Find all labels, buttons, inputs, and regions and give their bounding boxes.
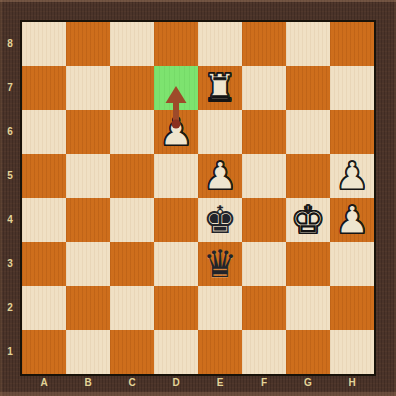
square-d8[interactable] xyxy=(154,22,198,66)
piece-black-king-e4[interactable]: ♚ xyxy=(203,198,237,242)
rank-label-7: 7 xyxy=(0,66,20,110)
square-a6[interactable] xyxy=(22,110,66,154)
square-e2[interactable] xyxy=(198,286,242,330)
chess-board: ♜♟♟♟♚♚♟♛ xyxy=(20,20,376,376)
square-e4[interactable]: ♚ xyxy=(198,198,242,242)
square-c2[interactable] xyxy=(110,286,154,330)
piece-black-queen-e3[interactable]: ♛ xyxy=(203,242,237,286)
square-f6[interactable] xyxy=(242,110,286,154)
square-g2[interactable] xyxy=(286,286,330,330)
square-a2[interactable] xyxy=(22,286,66,330)
square-c5[interactable] xyxy=(110,154,154,198)
square-a4[interactable] xyxy=(22,198,66,242)
square-a1[interactable] xyxy=(22,330,66,374)
square-e3[interactable]: ♛ xyxy=(198,242,242,286)
square-e7[interactable]: ♜ xyxy=(198,66,242,110)
piece-white-pawn-e5[interactable]: ♟ xyxy=(203,154,237,198)
rank-label-8: 8 xyxy=(0,22,20,66)
square-b4[interactable] xyxy=(66,198,110,242)
square-h6[interactable] xyxy=(330,110,374,154)
file-label-a: A xyxy=(22,376,66,394)
square-b1[interactable] xyxy=(66,330,110,374)
square-a5[interactable] xyxy=(22,154,66,198)
square-c4[interactable] xyxy=(110,198,154,242)
piece-white-king-g4[interactable]: ♚ xyxy=(291,198,325,242)
square-d5[interactable] xyxy=(154,154,198,198)
square-b3[interactable] xyxy=(66,242,110,286)
square-h4[interactable]: ♟ xyxy=(330,198,374,242)
square-g7[interactable] xyxy=(286,66,330,110)
piece-white-pawn-h4[interactable]: ♟ xyxy=(335,198,369,242)
square-f5[interactable] xyxy=(242,154,286,198)
square-g1[interactable] xyxy=(286,330,330,374)
square-d2[interactable] xyxy=(154,286,198,330)
square-g3[interactable] xyxy=(286,242,330,286)
square-g8[interactable] xyxy=(286,22,330,66)
chess-board-widget: ♜♟♟♟♚♚♟♛ 87654321ABCDEFGH xyxy=(0,0,396,396)
square-h1[interactable] xyxy=(330,330,374,374)
square-f8[interactable] xyxy=(242,22,286,66)
square-d7[interactable] xyxy=(154,66,198,110)
square-h5[interactable]: ♟ xyxy=(330,154,374,198)
square-f1[interactable] xyxy=(242,330,286,374)
square-a8[interactable] xyxy=(22,22,66,66)
square-f4[interactable] xyxy=(242,198,286,242)
piece-white-rook-e7[interactable]: ♜ xyxy=(203,66,237,110)
square-c6[interactable] xyxy=(110,110,154,154)
file-label-g: G xyxy=(286,376,330,394)
square-e6[interactable] xyxy=(198,110,242,154)
square-d1[interactable] xyxy=(154,330,198,374)
square-d6[interactable]: ♟ xyxy=(154,110,198,154)
square-d4[interactable] xyxy=(154,198,198,242)
square-h8[interactable] xyxy=(330,22,374,66)
square-b6[interactable] xyxy=(66,110,110,154)
square-a7[interactable] xyxy=(22,66,66,110)
square-b2[interactable] xyxy=(66,286,110,330)
square-f2[interactable] xyxy=(242,286,286,330)
square-c1[interactable] xyxy=(110,330,154,374)
file-label-h: H xyxy=(330,376,374,394)
square-g5[interactable] xyxy=(286,154,330,198)
rank-label-1: 1 xyxy=(0,330,20,374)
square-c8[interactable] xyxy=(110,22,154,66)
piece-white-pawn-d6[interactable]: ♟ xyxy=(159,110,193,154)
square-f3[interactable] xyxy=(242,242,286,286)
piece-white-pawn-h5[interactable]: ♟ xyxy=(335,154,369,198)
square-b8[interactable] xyxy=(66,22,110,66)
file-label-c: C xyxy=(110,376,154,394)
square-b5[interactable] xyxy=(66,154,110,198)
square-e5[interactable]: ♟ xyxy=(198,154,242,198)
file-label-e: E xyxy=(198,376,242,394)
square-g6[interactable] xyxy=(286,110,330,154)
square-h2[interactable] xyxy=(330,286,374,330)
square-g4[interactable]: ♚ xyxy=(286,198,330,242)
square-h3[interactable] xyxy=(330,242,374,286)
rank-label-2: 2 xyxy=(0,286,20,330)
square-f7[interactable] xyxy=(242,66,286,110)
file-label-d: D xyxy=(154,376,198,394)
file-label-f: F xyxy=(242,376,286,394)
rank-label-5: 5 xyxy=(0,154,20,198)
square-h7[interactable] xyxy=(330,66,374,110)
file-label-b: B xyxy=(66,376,110,394)
square-b7[interactable] xyxy=(66,66,110,110)
square-c3[interactable] xyxy=(110,242,154,286)
rank-label-6: 6 xyxy=(0,110,20,154)
square-c7[interactable] xyxy=(110,66,154,110)
square-a3[interactable] xyxy=(22,242,66,286)
rank-label-4: 4 xyxy=(0,198,20,242)
square-e1[interactable] xyxy=(198,330,242,374)
square-e8[interactable] xyxy=(198,22,242,66)
square-d3[interactable] xyxy=(154,242,198,286)
rank-label-3: 3 xyxy=(0,242,20,286)
